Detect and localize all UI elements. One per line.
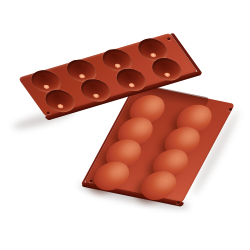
corner-hole — [89, 179, 93, 182]
cavity-highlight — [91, 93, 100, 99]
cavity-highlight — [127, 82, 136, 88]
corner-hole — [167, 37, 172, 40]
cavity-highlight — [77, 73, 86, 79]
cavity-highlight — [162, 72, 171, 78]
corner-hole — [228, 108, 232, 111]
cavity-highlight — [148, 52, 157, 58]
product-photo — [0, 0, 250, 250]
cavity-highlight — [56, 103, 65, 109]
cavity-highlight — [42, 84, 51, 90]
cavity-highlight — [113, 63, 122, 69]
